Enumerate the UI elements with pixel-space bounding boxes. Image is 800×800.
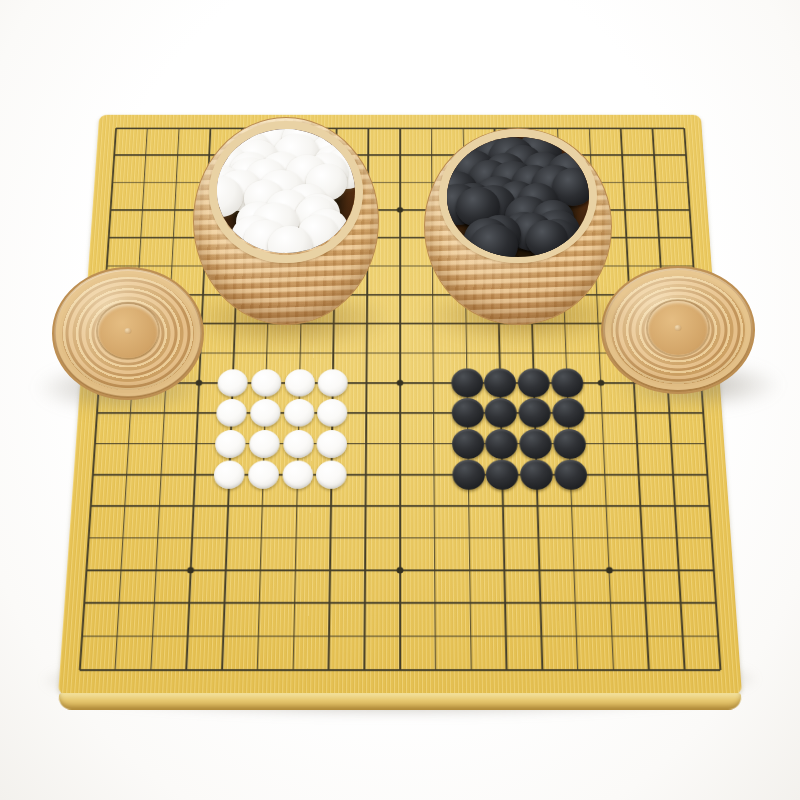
- right-bowl-lid: [601, 266, 755, 394]
- grid-line-horizontal: [97, 412, 703, 413]
- black-stone[interactable]: [520, 460, 553, 490]
- black-stone[interactable]: [554, 460, 588, 490]
- white-stone[interactable]: [215, 430, 246, 458]
- lid-center-disc: [98, 304, 158, 358]
- star-point: [187, 567, 194, 573]
- black-stone[interactable]: [452, 429, 485, 459]
- white-stone[interactable]: [317, 399, 348, 427]
- black-stone[interactable]: [452, 460, 485, 490]
- black-stone[interactable]: [552, 398, 585, 427]
- white-stone[interactable]: [250, 399, 281, 427]
- white-stone[interactable]: [216, 399, 247, 427]
- black-stone[interactable]: [518, 398, 551, 427]
- black-stone[interactable]: [484, 368, 516, 397]
- lid-center-disc: [648, 301, 708, 355]
- star-point: [397, 380, 404, 386]
- lid-center-nub: [125, 328, 132, 334]
- white-bowl-opening: [217, 129, 355, 253]
- white-stone[interactable]: [316, 461, 347, 489]
- black-stone[interactable]: [551, 368, 584, 397]
- black-stone[interactable]: [451, 368, 483, 397]
- white-stone[interactable]: [283, 430, 314, 458]
- white-stone[interactable]: [284, 369, 315, 396]
- black-stone[interactable]: [518, 368, 551, 397]
- star-point: [397, 207, 403, 212]
- white-stone[interactable]: [317, 430, 348, 458]
- white-stone-bowl: [193, 117, 379, 325]
- grid-line-horizontal: [95, 443, 705, 444]
- black-stone[interactable]: [519, 429, 552, 459]
- grid-line-horizontal: [93, 474, 708, 475]
- white-stone[interactable]: [248, 461, 279, 489]
- black-stone[interactable]: [486, 460, 519, 490]
- white-stone[interactable]: [213, 461, 245, 489]
- black-stone[interactable]: [451, 398, 483, 427]
- black-bowl-opening: [447, 137, 589, 257]
- lid-center-nub: [675, 325, 682, 331]
- board-front-edge: [58, 693, 742, 710]
- grid-line-horizontal: [84, 602, 716, 603]
- grid-line-horizontal: [91, 505, 710, 506]
- star-point: [597, 380, 604, 386]
- black-stone-bowl: [424, 128, 612, 325]
- black-stone[interactable]: [485, 398, 518, 427]
- go-set-product-photo: [0, 0, 800, 800]
- white-stone[interactable]: [284, 399, 315, 427]
- white-stone[interactable]: [217, 369, 248, 396]
- grid-line-horizontal: [80, 669, 721, 671]
- white-stone[interactable]: [251, 369, 282, 396]
- star-point: [397, 567, 404, 573]
- grid-line-horizontal: [82, 635, 718, 637]
- star-point: [606, 567, 613, 573]
- white-stone[interactable]: [318, 369, 348, 396]
- left-bowl-lid: [52, 267, 204, 400]
- black-stone[interactable]: [553, 429, 586, 459]
- white-stone[interactable]: [249, 430, 280, 458]
- grid-line-horizontal: [88, 537, 711, 538]
- white-stone[interactable]: [282, 461, 313, 489]
- black-stone[interactable]: [485, 429, 518, 459]
